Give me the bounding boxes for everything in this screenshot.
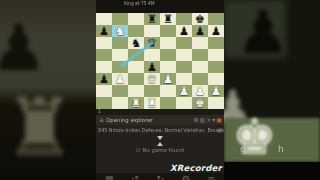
square-d6[interactable]: ♛ [144, 37, 160, 49]
square-d3[interactable]: ♛ [144, 73, 160, 85]
black-pawn-a3: ♟ [99, 73, 109, 85]
explorer-menu-icon[interactable]: ≡ [96, 115, 104, 125]
opening-explorer-bar[interactable]: ≡ Opening explorer ⚙▥×▾▣ [96, 115, 224, 125]
bottom-toolbar: ▦↺↻⚙≡ [96, 173, 224, 180]
square-c3[interactable] [128, 73, 144, 85]
square-b6[interactable] [112, 37, 128, 49]
menu-icon[interactable]: ≡ [207, 173, 215, 180]
square-d8[interactable]: ♜ [144, 13, 160, 25]
background-bottom-bar [224, 162, 320, 180]
square-g1[interactable]: ♚ [192, 97, 208, 109]
hourglass-icon [157, 136, 164, 146]
square-f6[interactable] [176, 37, 192, 49]
gear-icon[interactable]: ⚙ [193, 115, 198, 125]
file-label-h: h [278, 144, 284, 154]
square-d1[interactable]: ♜ [144, 97, 160, 109]
board-display-icon[interactable]: ▥ [200, 115, 206, 125]
blurred-background-right: ♟ ♟ ♚ g h [224, 0, 320, 180]
square-h7[interactable]: ♟ [208, 25, 224, 37]
white-pawn-b3: ♟ [115, 73, 125, 85]
square-e6[interactable] [160, 37, 176, 49]
opening-name: E45 Nimzo-Indian Defense: Normal Variati… [96, 127, 224, 133]
white-pawn-f2: ♟ [179, 85, 189, 97]
white-pawn-e3: ♟ [163, 73, 173, 85]
opening-name-row: E45 Nimzo-Indian Defense: Normal Variati… [96, 125, 224, 134]
square-h4[interactable] [208, 61, 224, 73]
square-e1[interactable] [160, 97, 176, 109]
square-b7[interactable]: ♞ [112, 25, 128, 37]
info-circle-icon[interactable]: ◉ [217, 126, 222, 133]
square-b5[interactable] [112, 49, 128, 61]
square-c6[interactable]: ♞ [128, 37, 144, 49]
square-b3[interactable]: ♟ [112, 73, 128, 85]
square-c8[interactable] [128, 13, 144, 25]
square-c4[interactable] [128, 61, 144, 73]
file-label-g: g [240, 144, 246, 154]
book-icon[interactable]: ▣ [216, 115, 222, 125]
square-f2[interactable]: ♟ [176, 85, 192, 97]
chess-board: ♜♜♚♟♞♟♟♟♞♛♟♟♟♛♟♟♟♟♜♜♚ [96, 13, 224, 109]
square-e2[interactable] [160, 85, 176, 97]
white-king-g1: ♚ [195, 97, 205, 109]
board-icon[interactable]: ▦ [105, 173, 114, 180]
square-c1[interactable]: ♜ [128, 97, 144, 109]
explorer-empty-state: ∅ No game found [105, 136, 215, 157]
square-a2[interactable] [96, 85, 112, 97]
square-a1[interactable] [96, 97, 112, 109]
square-g6[interactable] [192, 37, 208, 49]
opening-explorer-title: Opening explorer [106, 117, 153, 123]
background-white-rook-icon: ♜ [4, 88, 76, 168]
redo-icon[interactable]: ↻ [156, 173, 164, 180]
black-knight-c6: ♞ [131, 37, 141, 49]
black-pawn-a7: ♟ [99, 25, 109, 37]
square-a5[interactable] [96, 49, 112, 61]
recorder-watermark: XRecorder [170, 163, 222, 173]
square-g7[interactable]: ♟ [192, 25, 208, 37]
square-g5[interactable] [192, 49, 208, 61]
dropdown-icon[interactable]: ▾ [212, 115, 215, 125]
black-pawn-h7: ♟ [211, 25, 221, 37]
white-queen-d3: ♛ [147, 73, 157, 85]
square-c5[interactable] [128, 49, 144, 61]
square-f7[interactable]: ♟ [176, 25, 192, 37]
black-rook-d8: ♜ [147, 13, 157, 25]
square-a7[interactable]: ♟ [96, 25, 112, 37]
square-a3[interactable]: ♟ [96, 73, 112, 85]
square-h5[interactable] [208, 49, 224, 61]
square-b1[interactable] [112, 97, 128, 109]
square-b2[interactable] [112, 85, 128, 97]
square-e8[interactable]: ♜ [160, 13, 176, 25]
square-h2[interactable]: ♟ [208, 85, 224, 97]
app-content: King at 75 4M ♜♜♚♟♞♟♟♟♞♛♟♟♟♛♟♟♟♟♜♜♚ 1 ≡ … [96, 0, 224, 180]
square-e5[interactable] [160, 49, 176, 61]
white-rook-c1: ♜ [131, 97, 141, 109]
black-pawn-f7: ♟ [179, 25, 189, 37]
black-rook-e8: ♜ [163, 13, 173, 25]
square-g4[interactable] [192, 61, 208, 73]
square-f1[interactable] [176, 97, 192, 109]
screen: ♟ ♜ ♟ ♟ ♚ g h King at 75 4M ♜♜♚♟♞♟♟♟♞♛♟♟… [0, 0, 320, 180]
square-e7[interactable] [160, 25, 176, 37]
square-f5[interactable] [176, 49, 192, 61]
video-overlay-text: King at 75 4M [124, 1, 155, 6]
white-knight-b7: ♞ [115, 25, 125, 37]
flip-board-icon[interactable]: ↺ [131, 173, 139, 180]
square-a6[interactable] [96, 37, 112, 49]
background-black-pawn-icon: ♟ [0, 16, 47, 80]
square-h6[interactable] [208, 37, 224, 49]
white-pawn-h2: ♟ [211, 85, 221, 97]
move-number: 1 [98, 109, 101, 115]
black-queen-d6: ♛ [147, 37, 157, 49]
square-e3[interactable]: ♟ [160, 73, 176, 85]
blurred-background-left: ♟ ♜ [0, 0, 96, 180]
background-green-square [224, 118, 320, 162]
square-f4[interactable] [176, 61, 192, 73]
no-games-text: ∅ No game found [136, 147, 184, 153]
background-square-patch [224, 0, 286, 58]
settings-icon[interactable]: ⚙ [182, 173, 190, 180]
black-pawn-g7: ♟ [195, 25, 205, 37]
white-rook-d1: ♜ [147, 97, 157, 109]
square-h1[interactable] [208, 97, 224, 109]
explorer-header-icons: ⚙▥×▾▣ [193, 115, 224, 125]
close-icon[interactable]: × [206, 115, 211, 125]
